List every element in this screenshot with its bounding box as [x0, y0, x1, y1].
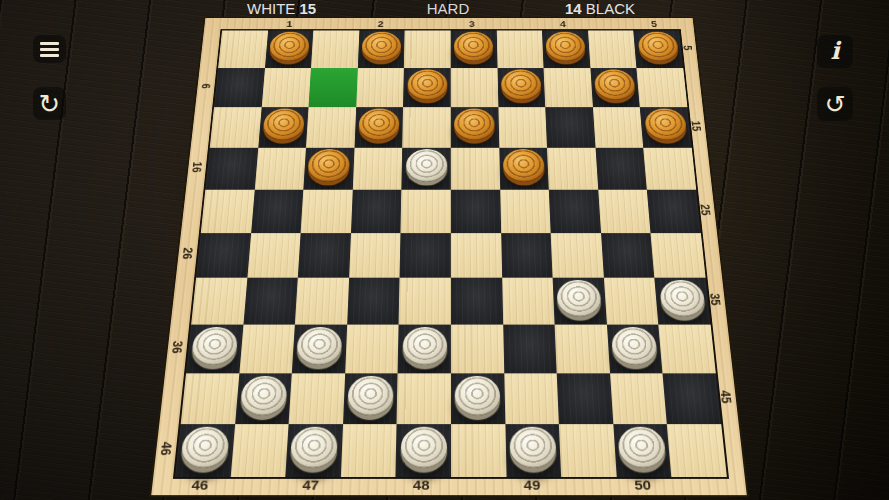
light-square [397, 374, 451, 425]
light-square [555, 325, 610, 374]
square-47[interactable] [285, 424, 342, 477]
light-square [451, 424, 506, 477]
light-square [239, 325, 295, 374]
coordinate-label-5: 5 [631, 18, 678, 29]
light-square [644, 148, 697, 190]
light-square [181, 374, 239, 425]
hamburger-icon [40, 42, 59, 57]
coordinate-label-45: 45 [714, 372, 739, 423]
square-29[interactable] [501, 233, 553, 278]
light-square [451, 325, 504, 374]
light-square [218, 30, 268, 68]
black-piece-8[interactable] [407, 70, 447, 101]
square-34[interactable] [553, 278, 607, 325]
square-32[interactable] [347, 278, 400, 325]
light-square [544, 68, 593, 107]
white-piece-46[interactable] [180, 426, 230, 467]
light-square [341, 424, 397, 477]
coordinate-label-35: 35 [704, 276, 728, 323]
black-count: 14 [565, 0, 582, 17]
light-square [559, 424, 616, 477]
square-10[interactable] [590, 68, 640, 107]
light-square [451, 68, 498, 107]
white-label: WHITE [247, 0, 295, 17]
black-piece-3[interactable] [454, 32, 493, 61]
square-3[interactable] [451, 30, 498, 68]
coordinate-label-47: 47 [282, 473, 338, 495]
black-piece-9[interactable] [501, 70, 542, 101]
info-icon: i [830, 36, 839, 65]
white-piece-34[interactable] [557, 280, 602, 317]
black-label: BLACK [586, 0, 635, 17]
square-13[interactable] [451, 107, 499, 147]
light-square [604, 278, 659, 325]
coordinate-label-5: 5 [677, 29, 698, 67]
square-31[interactable] [243, 278, 298, 325]
square-4[interactable] [542, 30, 590, 68]
light-square [551, 233, 604, 278]
undo-icon: ↺ [825, 90, 846, 119]
light-square [451, 148, 500, 190]
square-36[interactable] [186, 325, 243, 374]
coordinate-label-25: 25 [694, 188, 717, 231]
light-square [404, 30, 451, 68]
light-square [667, 424, 727, 477]
square-2[interactable] [358, 30, 405, 68]
light-square [598, 189, 651, 232]
light-square [547, 148, 598, 190]
square-30[interactable] [601, 233, 655, 278]
light-square [349, 233, 401, 278]
light-square [504, 374, 559, 425]
white-piece-47[interactable] [290, 426, 338, 467]
difficulty-label: HARD [398, 0, 498, 17]
black-piece-4[interactable] [546, 32, 587, 61]
light-square [230, 424, 288, 477]
coordinate-label-3: 3 [449, 18, 495, 29]
checkers-board: 123454647484950616263646515253545 [149, 17, 749, 497]
square-39[interactable] [503, 325, 557, 374]
coordinate-label-50: 50 [614, 473, 671, 495]
light-square [451, 233, 502, 278]
square-21[interactable] [251, 189, 304, 232]
light-square [399, 278, 451, 325]
black-piece-19[interactable] [503, 149, 545, 182]
square-35[interactable] [655, 278, 711, 325]
light-square [498, 107, 547, 147]
square-9[interactable] [497, 68, 545, 107]
light-square [496, 30, 543, 68]
black-piece-13[interactable] [454, 109, 495, 141]
light-square [500, 189, 551, 232]
square-48[interactable] [396, 424, 451, 477]
white-piece-43[interactable] [455, 376, 501, 416]
square-50[interactable] [613, 424, 672, 477]
restart-icon: ↻ [39, 89, 61, 119]
light-square [593, 107, 644, 147]
square-33[interactable] [451, 278, 503, 325]
black-piece-5[interactable] [637, 32, 679, 61]
coordinate-label-48: 48 [393, 473, 449, 495]
light-square [659, 325, 716, 374]
white-piece-40[interactable] [611, 327, 658, 365]
white-piece-48[interactable] [400, 426, 447, 467]
light-square [201, 189, 255, 232]
black-piece-12[interactable] [358, 109, 399, 141]
square-27[interactable] [298, 233, 351, 278]
menu-button[interactable] [33, 35, 66, 63]
light-square [610, 374, 667, 425]
square-24[interactable] [549, 189, 601, 232]
light-square [637, 68, 688, 107]
square-7[interactable] [309, 68, 358, 107]
square-20[interactable] [595, 148, 647, 190]
square-25[interactable] [647, 189, 701, 232]
coordinate-label-46: 46 [171, 473, 228, 495]
white-piece-36[interactable] [191, 327, 239, 365]
black-piece-17[interactable] [308, 149, 351, 182]
board-grid [173, 29, 729, 479]
square-14[interactable] [545, 107, 595, 147]
light-square [295, 278, 349, 325]
square-17[interactable] [303, 148, 354, 190]
square-5[interactable] [634, 30, 684, 68]
square-19[interactable] [499, 148, 549, 190]
white-score: WHITE 15 [247, 0, 316, 17]
white-piece-50[interactable] [617, 426, 666, 467]
square-49[interactable] [505, 424, 561, 477]
square-18[interactable] [402, 148, 451, 190]
black-piece-10[interactable] [594, 70, 636, 101]
light-square [311, 30, 359, 68]
undo-button[interactable]: ↺ [817, 87, 853, 121]
black-score: 14 BLACK [565, 0, 635, 17]
coordinate-label-15: 15 [686, 106, 708, 146]
light-square [353, 148, 403, 190]
white-piece-18[interactable] [406, 149, 447, 182]
light-square [651, 233, 706, 278]
square-15[interactable] [640, 107, 692, 147]
square-23[interactable] [451, 189, 501, 232]
square-46[interactable] [175, 424, 235, 477]
black-piece-15[interactable] [644, 109, 687, 141]
light-square [247, 233, 301, 278]
white-piece-38[interactable] [402, 327, 447, 365]
white-piece-41[interactable] [240, 376, 288, 416]
light-square [254, 148, 306, 190]
square-43[interactable] [451, 374, 505, 425]
square-22[interactable] [351, 189, 402, 232]
square-37[interactable] [292, 325, 347, 374]
square-45[interactable] [663, 374, 721, 425]
top-status-bar: WHITE 15 HARD 14 BLACK [0, 0, 889, 18]
coordinate-label-4: 4 [540, 18, 586, 29]
light-square [345, 325, 399, 374]
square-42[interactable] [343, 374, 398, 425]
square-12[interactable] [354, 107, 403, 147]
light-square [588, 30, 637, 68]
square-38[interactable] [398, 325, 451, 374]
restart-button[interactable]: ↻ [33, 87, 66, 120]
coordinate-label-2: 2 [358, 18, 404, 29]
info-button[interactable]: i [817, 35, 853, 68]
square-11[interactable] [258, 107, 309, 147]
black-piece-2[interactable] [361, 32, 401, 61]
light-square [356, 68, 404, 107]
square-8[interactable] [403, 68, 450, 107]
square-40[interactable] [607, 325, 663, 374]
square-28[interactable] [400, 233, 451, 278]
white-count: 15 [300, 0, 317, 17]
light-square [401, 189, 451, 232]
square-6[interactable] [214, 68, 265, 107]
white-piece-49[interactable] [509, 426, 556, 467]
white-piece-42[interactable] [347, 376, 393, 416]
square-1[interactable] [265, 30, 314, 68]
light-square [306, 107, 356, 147]
square-16[interactable] [205, 148, 258, 190]
black-piece-11[interactable] [262, 109, 305, 141]
white-piece-35[interactable] [659, 280, 706, 317]
coordinate-label-1: 1 [266, 18, 312, 29]
light-square [261, 68, 311, 107]
light-square [502, 278, 555, 325]
square-41[interactable] [235, 374, 292, 425]
black-piece-1[interactable] [269, 32, 310, 61]
light-square [191, 278, 247, 325]
white-piece-37[interactable] [297, 327, 343, 365]
square-44[interactable] [557, 374, 613, 425]
light-square [289, 374, 345, 425]
light-square [210, 107, 262, 147]
light-square [403, 107, 451, 147]
light-square [301, 189, 353, 232]
square-26[interactable] [196, 233, 251, 278]
coordinate-label-49: 49 [504, 473, 560, 495]
